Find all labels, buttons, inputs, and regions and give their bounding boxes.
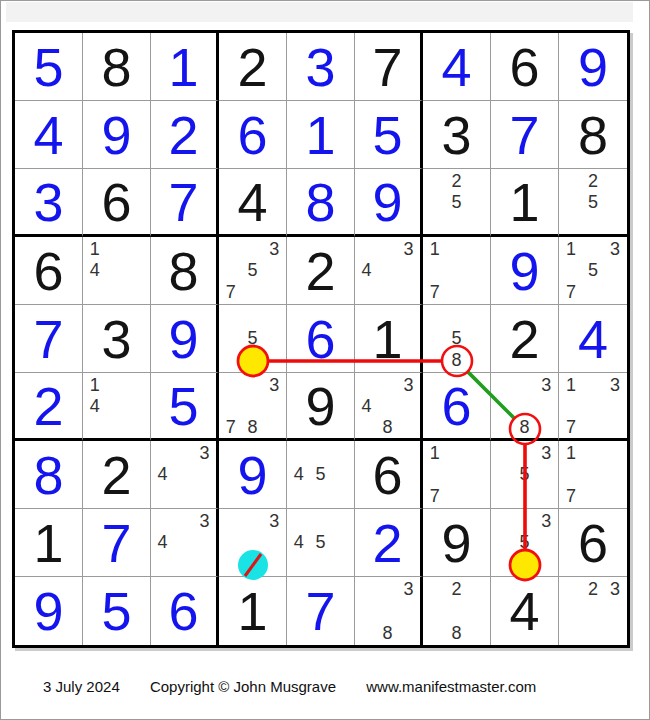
cell-r1c4[interactable]: 2	[219, 33, 287, 101]
solved-digit: 2	[15, 373, 82, 438]
cell-r9c4[interactable]: 1	[219, 577, 287, 645]
candidates: 17	[424, 442, 489, 507]
candidate-digit[interactable]: 5	[514, 532, 536, 554]
cell-r6c2[interactable]: 14	[83, 373, 151, 441]
solved-digit: 3	[287, 33, 354, 100]
solved-digit: 7	[287, 577, 354, 645]
cell-r1c5[interactable]: 3	[287, 33, 355, 101]
given-digit: 8	[151, 237, 216, 304]
cell-r6c8[interactable]: 38	[491, 373, 559, 441]
solved-digit: 3	[15, 169, 82, 234]
cell-r2c6[interactable]: 5	[355, 101, 423, 169]
candidate-digit[interactable]: 8	[446, 622, 468, 644]
footer-website-link[interactable]: www.manifestmaster.com	[366, 678, 536, 695]
cell-r9c8[interactable]: 4	[491, 577, 559, 645]
cell-r6c3[interactable]: 5	[151, 373, 219, 441]
candidate-digit[interactable]: 4	[356, 260, 377, 282]
candidates: 14	[84, 238, 149, 303]
cell-r2c4[interactable]: 6	[219, 101, 287, 169]
cell-r4c2[interactable]: 14	[83, 237, 151, 305]
candidates: 358	[492, 510, 557, 575]
cell-r5c9[interactable]: 4	[559, 305, 627, 373]
cell-r6c9[interactable]: 137	[559, 373, 627, 441]
candidate-digit[interactable]: 8	[242, 553, 264, 575]
candidate-digit[interactable]: 3	[535, 510, 557, 532]
cell-r1c2[interactable]: 8	[83, 33, 151, 101]
cell-r1c8[interactable]: 6	[491, 33, 559, 101]
solved-digit: 6	[423, 373, 490, 438]
candidates: 34	[152, 442, 215, 507]
solved-digit: 7	[83, 509, 150, 576]
candidate-digit[interactable]: 7	[220, 416, 242, 437]
solved-digit: 5	[355, 101, 420, 168]
solved-digit: 8	[15, 441, 82, 508]
solved-digit: 9	[491, 237, 558, 304]
solved-digit: 2	[355, 509, 420, 576]
candidate-digit[interactable]: 4	[288, 464, 310, 486]
candidate-digit[interactable]: 8	[446, 349, 468, 371]
candidate-digit[interactable]: 1	[560, 442, 582, 464]
cell-r6c6[interactable]: 348	[355, 373, 423, 441]
solved-digit: 1	[287, 101, 354, 168]
given-digit: 1	[355, 305, 420, 372]
cell-r5c8[interactable]: 2	[491, 305, 559, 373]
candidate-digit[interactable]: 5	[582, 260, 604, 282]
candidate-digit[interactable]: 3	[194, 442, 215, 464]
candidate-digit[interactable]: 5	[582, 191, 604, 212]
cell-r8c4[interactable]: 38	[219, 509, 287, 577]
given-digit: 8	[559, 101, 627, 168]
candidate-digit[interactable]: 5	[242, 328, 264, 350]
candidate-digit[interactable]: 5	[242, 260, 264, 282]
cell-r7c4[interactable]: 9	[219, 441, 287, 509]
candidate-digit[interactable]: 3	[604, 374, 626, 395]
candidates: 17	[560, 442, 626, 507]
candidate-digit[interactable]: 3	[604, 578, 626, 600]
sudoku-grid: 5812374694926153783674892512561483572341…	[12, 30, 630, 648]
cell-r2c9[interactable]: 8	[559, 101, 627, 169]
candidates: 23	[560, 578, 626, 644]
cell-r1c7[interactable]: 4	[423, 33, 491, 101]
candidate-digit[interactable]: 8	[242, 416, 264, 437]
given-digit: 4	[491, 577, 558, 645]
candidates: 38	[492, 374, 557, 437]
cell-r7c6[interactable]: 6	[355, 441, 423, 509]
candidate-digit[interactable]: 1	[84, 238, 106, 260]
cell-r9c7[interactable]: 28	[423, 577, 491, 645]
cell-r4c7[interactable]: 17	[423, 237, 491, 305]
given-digit: 2	[83, 441, 150, 508]
candidates: 28	[424, 578, 489, 644]
candidate-digit[interactable]: 1	[424, 442, 446, 464]
solved-digit: 8	[287, 169, 354, 234]
cell-r2c8[interactable]: 7	[491, 101, 559, 169]
cell-r9c9[interactable]: 23	[559, 577, 627, 645]
cell-r3c8[interactable]: 1	[491, 169, 559, 237]
cell-r8c2[interactable]: 7	[83, 509, 151, 577]
given-digit: 1	[491, 169, 558, 234]
cell-r4c5[interactable]: 2	[287, 237, 355, 305]
candidate-digit[interactable]: 5	[514, 464, 536, 486]
candidate-digit[interactable]: 4	[152, 532, 173, 554]
given-digit: 9	[287, 373, 354, 438]
solved-digit: 5	[83, 577, 150, 645]
cell-r3c4[interactable]: 4	[219, 169, 287, 237]
cell-r5c2[interactable]: 3	[83, 305, 151, 373]
cell-r6c1[interactable]: 2	[15, 373, 83, 441]
candidates: 58	[220, 306, 285, 371]
candidate-digit[interactable]: 8	[377, 622, 398, 644]
given-digit: 7	[355, 33, 420, 100]
candidate-digit[interactable]: 4	[152, 464, 173, 486]
solved-digit: 9	[219, 441, 286, 508]
cell-r2c5[interactable]: 1	[287, 101, 355, 169]
cell-r5c1[interactable]: 7	[15, 305, 83, 373]
cell-r2c2[interactable]: 9	[83, 101, 151, 169]
candidate-digit[interactable]: 7	[424, 485, 446, 507]
cell-r4c8[interactable]: 9	[491, 237, 559, 305]
cell-r3c1[interactable]: 3	[15, 169, 83, 237]
candidates: 14	[84, 374, 149, 437]
candidate-digit[interactable]: 3	[263, 238, 285, 260]
cell-r3c3[interactable]: 7	[151, 169, 219, 237]
solved-digit: 6	[219, 101, 286, 168]
candidate-digit[interactable]: 7	[560, 485, 582, 507]
candidate-digit[interactable]: 7	[560, 416, 582, 437]
given-digit: 3	[83, 305, 150, 372]
cell-r8c6[interactable]: 2	[355, 509, 423, 577]
solved-digit: 9	[15, 577, 82, 645]
cell-r4c6[interactable]: 34	[355, 237, 423, 305]
solved-digit: 4	[15, 101, 82, 168]
candidate-digit[interactable]: 4	[84, 395, 106, 416]
candidates: 34	[356, 238, 419, 303]
given-digit: 2	[219, 33, 286, 100]
candidate-digit[interactable]: 4	[84, 260, 106, 282]
given-digit: 2	[491, 305, 558, 372]
solved-digit: 7	[15, 305, 82, 372]
cell-r6c5[interactable]: 9	[287, 373, 355, 441]
given-digit: 1	[15, 509, 82, 576]
solved-digit: 9	[83, 101, 150, 168]
solved-digit: 4	[559, 305, 627, 372]
cell-r8c9[interactable]: 6	[559, 509, 627, 577]
solved-digit: 5	[15, 33, 82, 100]
candidate-digit[interactable]: 7	[424, 281, 446, 303]
given-digit: 6	[355, 441, 420, 508]
candidates: 45	[288, 510, 353, 575]
cell-r2c1[interactable]: 4	[15, 101, 83, 169]
footer-date: 3 July 2024	[43, 678, 120, 695]
candidates: 137	[560, 374, 626, 437]
candidate-digit[interactable]: 3	[263, 510, 285, 532]
candidates: 1357	[560, 238, 626, 303]
cell-r1c9[interactable]: 9	[559, 33, 627, 101]
candidate-digit[interactable]: 1	[424, 238, 446, 260]
cell-r7c1[interactable]: 8	[15, 441, 83, 509]
cell-r9c5[interactable]: 7	[287, 577, 355, 645]
candidate-digit[interactable]: 3	[398, 374, 419, 395]
candidate-digit[interactable]: 3	[398, 578, 419, 600]
cell-r4c3[interactable]: 8	[151, 237, 219, 305]
candidates: 357	[220, 238, 285, 303]
candidate-digit[interactable]: 3	[604, 238, 626, 260]
solved-digit: 5	[151, 373, 216, 438]
candidate-digit[interactable]: 1	[560, 374, 582, 395]
candidate-digit[interactable]: 4	[288, 532, 310, 554]
cell-r8c1[interactable]: 1	[15, 509, 83, 577]
page: 5812374694926153783674892512561483572341…	[0, 0, 650, 720]
footer-copyright: Copyright © John Musgrave	[150, 678, 336, 695]
solved-digit: 9	[151, 305, 216, 372]
solved-digit: 4	[423, 33, 490, 100]
solved-digit: 9	[355, 169, 420, 234]
candidate-digit[interactable]: 1	[84, 374, 106, 395]
cell-r5c4[interactable]: 58	[219, 305, 287, 373]
candidate-digit[interactable]: 8	[514, 553, 536, 575]
cell-r1c3[interactable]: 1	[151, 33, 219, 101]
candidate-digit[interactable]: 3	[263, 374, 285, 395]
cell-r2c3[interactable]: 2	[151, 101, 219, 169]
candidate-digit[interactable]: 3	[535, 374, 557, 395]
cell-r7c5[interactable]: 45	[287, 441, 355, 509]
cell-r8c7[interactable]: 9	[423, 509, 491, 577]
given-digit: 8	[83, 33, 150, 100]
candidates: 348	[356, 374, 419, 437]
cell-r5c3[interactable]: 9	[151, 305, 219, 373]
candidates: 378	[220, 374, 285, 437]
cell-r2c7[interactable]: 3	[423, 101, 491, 169]
given-digit: 6	[15, 237, 82, 304]
cell-r3c5[interactable]: 8	[287, 169, 355, 237]
solved-digit: 1	[151, 33, 216, 100]
cell-r4c1[interactable]: 6	[15, 237, 83, 305]
candidates: 45	[288, 442, 353, 507]
cell-r1c1[interactable]: 5	[15, 33, 83, 101]
candidates: 25	[424, 170, 489, 233]
cell-r6c4[interactable]: 378	[219, 373, 287, 441]
given-digit: 2	[287, 237, 354, 304]
candidate-digit[interactable]: 2	[446, 578, 468, 600]
candidate-digit[interactable]: 3	[194, 510, 215, 532]
candidate-digit[interactable]: 2	[582, 578, 604, 600]
given-digit: 6	[491, 33, 558, 100]
cell-r9c3[interactable]: 6	[151, 577, 219, 645]
cell-r9c6[interactable]: 38	[355, 577, 423, 645]
cell-r9c2[interactable]: 5	[83, 577, 151, 645]
candidate-digit[interactable]: 5	[446, 191, 468, 212]
cell-r1c6[interactable]: 7	[355, 33, 423, 101]
cell-r8c5[interactable]: 45	[287, 509, 355, 577]
cell-r5c5[interactable]: 6	[287, 305, 355, 373]
candidate-digit[interactable]: 5	[310, 532, 332, 554]
candidates: 38	[220, 510, 285, 575]
solved-digit: 9	[559, 33, 627, 100]
candidate-digit[interactable]: 5	[310, 464, 332, 486]
candidate-digit[interactable]: 2	[446, 170, 468, 191]
candidate-digit[interactable]: 8	[514, 416, 536, 437]
candidate-digit[interactable]: 7	[560, 281, 582, 303]
candidate-digit[interactable]: 3	[398, 238, 419, 260]
given-digit: 1	[219, 577, 286, 645]
window-top-strip	[6, 2, 633, 22]
candidate-digit[interactable]: 5	[446, 328, 468, 350]
cell-r8c8[interactable]: 358	[491, 509, 559, 577]
solved-digit: 7	[491, 101, 558, 168]
given-digit: 9	[423, 509, 490, 576]
solved-digit: 6	[287, 305, 354, 372]
cell-r3c7[interactable]: 25	[423, 169, 491, 237]
candidate-digit[interactable]: 1	[560, 238, 582, 260]
candidate-digit[interactable]: 7	[220, 281, 242, 303]
candidates: 35	[492, 442, 557, 507]
solved-digit: 6	[151, 577, 216, 645]
candidates: 17	[424, 238, 489, 303]
candidates: 25	[560, 170, 626, 233]
cell-r5c7[interactable]: 58	[423, 305, 491, 373]
cell-r3c9[interactable]: 25	[559, 169, 627, 237]
candidate-digit[interactable]: 8	[377, 416, 398, 437]
cell-r8c3[interactable]: 34	[151, 509, 219, 577]
cell-r5c6[interactable]: 1	[355, 305, 423, 373]
solved-digit: 2	[151, 101, 216, 168]
cell-r4c9[interactable]: 1357	[559, 237, 627, 305]
cell-r9c1[interactable]: 9	[15, 577, 83, 645]
candidates: 34	[152, 510, 215, 575]
given-digit: 4	[219, 169, 286, 234]
given-digit: 6	[83, 169, 150, 234]
solved-digit: 7	[151, 169, 216, 234]
footer: 3 July 2024 Copyright © John Musgrave ww…	[43, 678, 536, 695]
given-digit: 6	[559, 509, 627, 576]
cell-r7c8[interactable]: 35	[491, 441, 559, 509]
cell-r7c3[interactable]: 34	[151, 441, 219, 509]
cell-r7c9[interactable]: 17	[559, 441, 627, 509]
cell-r3c6[interactable]: 9	[355, 169, 423, 237]
candidates: 38	[356, 578, 419, 644]
cell-r6c7[interactable]: 6	[423, 373, 491, 441]
cell-r3c2[interactable]: 6	[83, 169, 151, 237]
cell-r7c2[interactable]: 2	[83, 441, 151, 509]
given-digit: 3	[423, 101, 490, 168]
candidates: 58	[424, 306, 489, 371]
candidate-digit[interactable]: 3	[535, 442, 557, 464]
cell-r7c7[interactable]: 17	[423, 441, 491, 509]
candidate-digit[interactable]: 8	[242, 349, 264, 371]
candidate-digit[interactable]: 2	[582, 170, 604, 191]
candidate-digit[interactable]: 4	[356, 395, 377, 416]
cell-r4c4[interactable]: 357	[219, 237, 287, 305]
